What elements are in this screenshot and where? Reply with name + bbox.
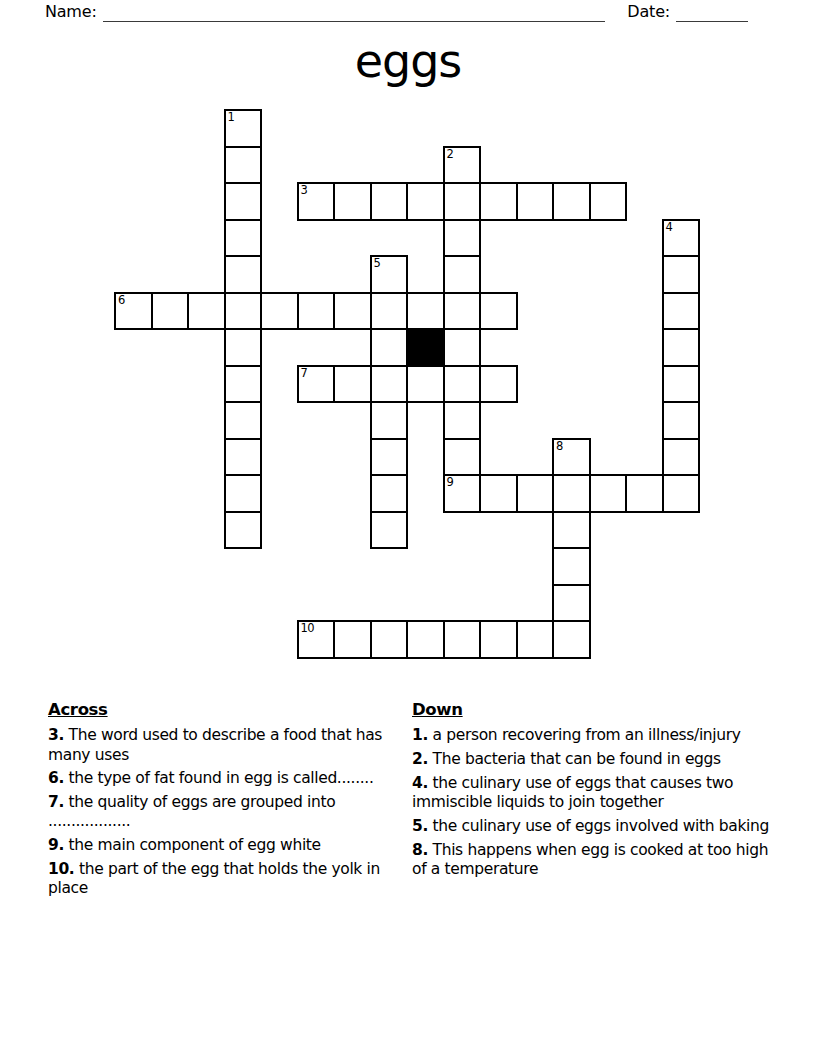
grid-cell[interactable] (224, 365, 263, 404)
clue-item-7: 7. the quality of eggs are grouped into … (48, 793, 404, 832)
grid-cell[interactable] (151, 292, 190, 331)
clue-item-5: 5. the culinary use of eggs involved wit… (412, 817, 784, 836)
grid-cell[interactable] (662, 365, 701, 404)
name-label: Name: (45, 2, 97, 22)
grid-cell[interactable] (333, 182, 372, 221)
grid-cell[interactable] (443, 365, 482, 404)
grid-cell[interactable]: 8 (552, 438, 591, 477)
across-heading: Across (48, 700, 404, 719)
grid-cell[interactable] (516, 182, 555, 221)
grid-cell[interactable] (662, 292, 701, 331)
clue-item-1: 1. a person recovering from an illness/i… (412, 726, 784, 745)
grid-cell[interactable] (552, 511, 591, 550)
clue-number-8: 8 (556, 440, 563, 453)
grid-cell[interactable] (479, 620, 518, 659)
grid-cell[interactable] (479, 182, 518, 221)
grid-cell[interactable] (479, 474, 518, 513)
down-clue-list: 1. a person recovering from an illness/i… (412, 726, 784, 879)
date-input-line[interactable] (676, 5, 748, 22)
grid-cell[interactable] (187, 292, 226, 331)
grid-cell[interactable]: 7 (297, 365, 336, 404)
grid-cell[interactable] (552, 474, 591, 513)
clue-item-number: 3. (48, 726, 64, 744)
grid-cell[interactable] (370, 620, 409, 659)
grid-cell[interactable] (370, 438, 409, 477)
clue-item-number: 10. (48, 860, 74, 878)
clue-number-2: 2 (447, 148, 454, 161)
clue-item-number: 9. (48, 836, 64, 854)
grid-cell[interactable] (443, 292, 482, 331)
down-clues-section: Down 1. a person recovering from an illn… (412, 700, 784, 884)
clue-item-number: 5. (412, 817, 428, 835)
grid-cell[interactable] (224, 438, 263, 477)
grid-cell[interactable] (370, 292, 409, 331)
clue-item-2: 2. The bacteria that can be found in egg… (412, 750, 784, 769)
worksheet-header: Name: Date: (45, 2, 748, 22)
grid-cell[interactable] (589, 474, 628, 513)
grid-cell[interactable] (443, 401, 482, 440)
grid-cell[interactable] (516, 620, 555, 659)
grid-cell[interactable] (224, 328, 263, 367)
clue-number-4: 4 (666, 221, 673, 234)
clue-item-number: 6. (48, 769, 64, 787)
clue-number-7: 7 (301, 367, 308, 380)
grid-cell[interactable] (443, 438, 482, 477)
black-cell (406, 328, 445, 367)
grid-cell[interactable] (224, 182, 263, 221)
clue-item-8: 8. This happens when egg is cooked at to… (412, 841, 784, 880)
grid-cell[interactable] (224, 511, 263, 550)
clue-item-number: 4. (412, 774, 428, 792)
grid-cell[interactable] (224, 292, 263, 331)
grid-cell[interactable] (370, 182, 409, 221)
clue-item-3: 3. The word used to describe a food that… (48, 726, 404, 765)
grid-cell[interactable] (224, 255, 263, 294)
grid-cell[interactable]: 5 (370, 255, 409, 294)
grid-cell[interactable] (370, 474, 409, 513)
grid-cell[interactable] (479, 292, 518, 331)
clue-number-1: 1 (228, 111, 235, 124)
clue-item-10: 10. the part of the egg that holds the y… (48, 860, 404, 899)
clue-item-number: 1. (412, 726, 428, 744)
grid-cell[interactable] (370, 511, 409, 550)
clue-number-3: 3 (301, 184, 308, 197)
clue-item-number: 7. (48, 793, 64, 811)
grid-cell[interactable] (552, 584, 591, 623)
crossword-grid: 12345678910 (115, 110, 701, 659)
grid-cell[interactable] (662, 401, 701, 440)
grid-cell[interactable] (370, 401, 409, 440)
grid-cell[interactable] (625, 474, 664, 513)
grid-cell[interactable] (552, 182, 591, 221)
grid-cell[interactable] (406, 620, 445, 659)
clue-item-number: 2. (412, 750, 428, 768)
grid-cell[interactable] (552, 620, 591, 659)
across-clue-list: 3. The word used to describe a food that… (48, 726, 404, 898)
grid-cell[interactable] (516, 474, 555, 513)
grid-cell[interactable] (662, 328, 701, 367)
grid-cell[interactable] (406, 292, 445, 331)
grid-cell[interactable] (370, 328, 409, 367)
grid-cell[interactable] (333, 365, 372, 404)
grid-cell[interactable] (224, 401, 263, 440)
clue-item-number: 8. (412, 841, 428, 859)
grid-cell[interactable] (443, 255, 482, 294)
grid-cell[interactable] (443, 219, 482, 258)
name-input-line[interactable] (103, 5, 606, 22)
grid-cell[interactable] (662, 438, 701, 477)
clue-number-10: 10 (301, 622, 315, 635)
grid-cell[interactable] (662, 255, 701, 294)
grid-cell[interactable]: 2 (443, 146, 482, 185)
grid-cell[interactable] (297, 292, 336, 331)
clue-number-6: 6 (118, 294, 125, 307)
grid-cell[interactable]: 6 (114, 292, 153, 331)
down-heading: Down (412, 700, 784, 719)
clue-number-9: 9 (447, 476, 454, 489)
clue-item-9: 9. the main component of egg white (48, 836, 404, 855)
grid-cell[interactable] (260, 292, 299, 331)
grid-cell[interactable]: 1 (224, 109, 263, 148)
grid-cell[interactable]: 9 (443, 474, 482, 513)
grid-cell[interactable] (589, 182, 628, 221)
clue-item-4: 4. the culinary use of eggs that causes … (412, 774, 784, 813)
grid-cell[interactable] (224, 219, 263, 258)
grid-cell[interactable] (443, 328, 482, 367)
puzzle-title: eggs (0, 34, 816, 88)
grid-cell[interactable] (662, 474, 701, 513)
grid-cell[interactable] (552, 547, 591, 586)
grid-cell[interactable] (406, 182, 445, 221)
grid-cell[interactable] (443, 620, 482, 659)
clue-number-5: 5 (374, 257, 381, 270)
grid-cell[interactable] (479, 365, 518, 404)
grid-cell[interactable] (333, 292, 372, 331)
grid-cell[interactable] (333, 620, 372, 659)
grid-cell[interactable]: 3 (297, 182, 336, 221)
grid-cell[interactable]: 4 (662, 219, 701, 258)
grid-cell[interactable]: 10 (297, 620, 336, 659)
clue-item-6: 6. the type of fat found in egg is calle… (48, 769, 404, 788)
grid-cell[interactable] (443, 182, 482, 221)
date-label: Date: (627, 2, 670, 22)
across-clues-section: Across 3. The word used to describe a fo… (48, 700, 404, 903)
grid-cell[interactable] (370, 365, 409, 404)
grid-cell[interactable] (224, 474, 263, 513)
grid-cell[interactable] (406, 365, 445, 404)
grid-cell[interactable] (224, 146, 263, 185)
